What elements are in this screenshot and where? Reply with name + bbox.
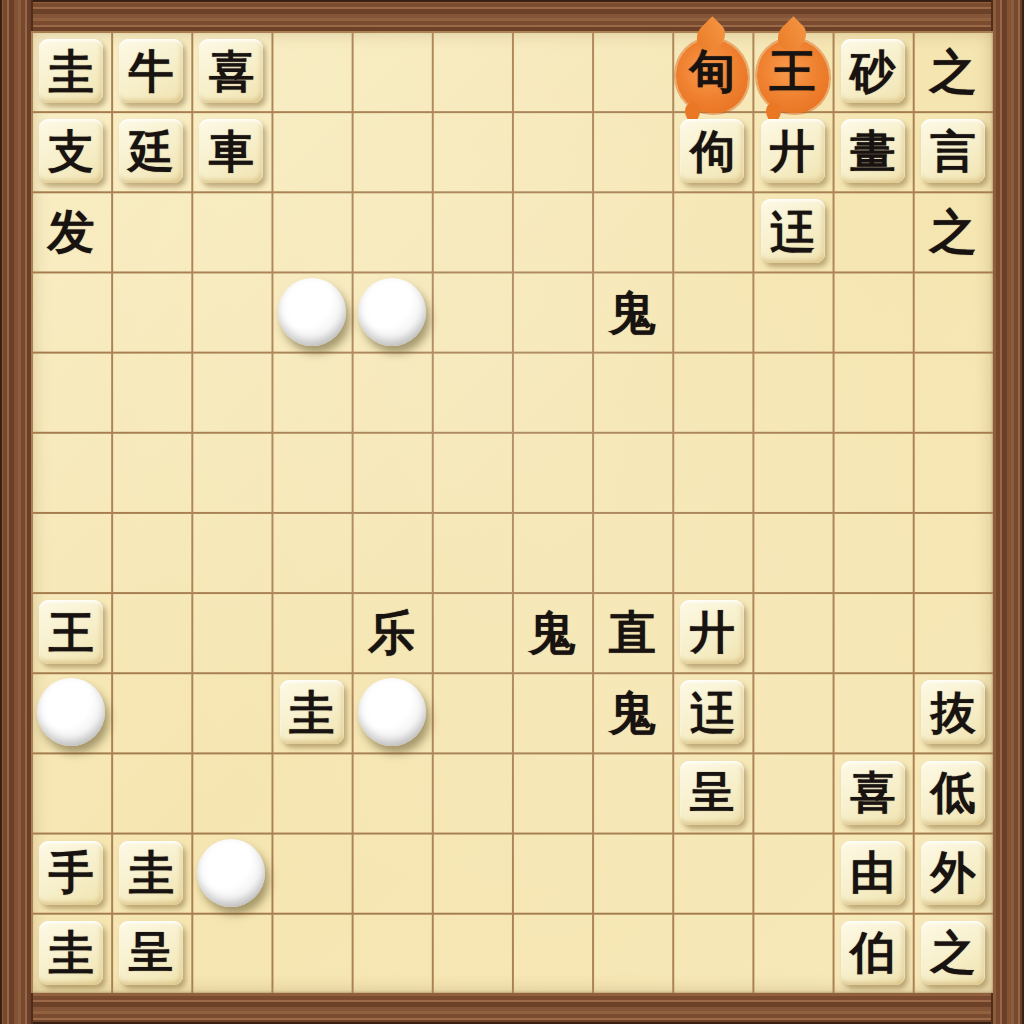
kanji-tile[interactable]: 畫	[841, 119, 905, 183]
kanji-glyph: 甸	[689, 48, 735, 94]
kanji-tile[interactable]: 之	[921, 921, 985, 985]
kanji-tile[interactable]: 伯	[841, 921, 905, 985]
kanji-glyph: 伯	[850, 930, 895, 975]
kanji-glyph: 畫	[850, 129, 895, 174]
board-grid[interactable]: 圭牛喜甸王砂之支廷車佝廾畫言发迋之鬼王乐鬼直廾圭鬼迋抜呈喜低手圭由外圭呈伯之	[31, 31, 993, 993]
kanji-glyph: 外	[930, 850, 975, 895]
kanji-glyph: 砂	[850, 49, 895, 94]
kanji-tile[interactable]: 佝	[680, 119, 744, 183]
kanji-glyph: 鬼	[609, 288, 656, 335]
kanji-glyph: 喜	[209, 49, 254, 94]
kanji-tile[interactable]: 手	[39, 841, 103, 905]
kanji-glyph: 車	[209, 129, 254, 174]
kanji-glyph: 牛	[129, 49, 174, 94]
white-stone[interactable]	[358, 278, 426, 346]
kanji-tile[interactable]: 迋	[761, 199, 825, 263]
kanji-glyph: 圭	[129, 850, 174, 895]
kanji-glyph: 圭	[49, 930, 94, 975]
kanji-tile[interactable]: 車	[199, 119, 263, 183]
kanji-glyph: 抜	[930, 690, 975, 735]
kanji-tile[interactable]: 喜	[199, 39, 263, 103]
kanji-glyph: 廷	[129, 129, 174, 174]
kanji-tile[interactable]: 圭	[39, 921, 103, 985]
kanji-glyph: 佝	[690, 129, 735, 174]
wooden-frame-right	[991, 0, 1024, 1024]
kanji-tile[interactable]: 圭	[119, 841, 183, 905]
kanji-tile[interactable]: 圭	[280, 680, 344, 744]
kanji-glyph: 直	[609, 609, 656, 656]
kanji-glyph: 王	[49, 610, 94, 655]
kanji-tile[interactable]: 迋	[680, 680, 744, 744]
kanji-tile-flame-highlight[interactable]: 王	[753, 23, 833, 119]
kanji-tile[interactable]: 牛	[119, 39, 183, 103]
kanji-glyph: 王	[770, 48, 816, 94]
kanji-glyph: 迋	[770, 209, 815, 254]
kanji-glyph: 支	[49, 129, 94, 174]
kanji-glyph: 之	[929, 208, 976, 255]
kanji-glyph: 鬼	[529, 609, 576, 656]
kanji-tile[interactable]: 支	[39, 119, 103, 183]
kanji-glyph-floating[interactable]: 发	[48, 208, 95, 255]
kanji-tile[interactable]: 喜	[841, 761, 905, 825]
kanji-glyph: 廾	[770, 129, 815, 174]
kanji-glyph: 乐	[368, 609, 415, 656]
kanji-tile[interactable]: 砂	[841, 39, 905, 103]
wooden-frame-top	[0, 0, 1024, 33]
kanji-tile[interactable]: 呈	[680, 761, 744, 825]
kanji-glyph: 发	[48, 208, 95, 255]
kanji-glyph-floating[interactable]: 鬼	[609, 689, 656, 736]
kanji-glyph: 呈	[129, 930, 174, 975]
kanji-glyph: 廾	[690, 610, 735, 655]
kanji-tile[interactable]: 言	[921, 119, 985, 183]
kanji-glyph: 低	[930, 770, 975, 815]
kanji-glyph-floating[interactable]: 之	[929, 48, 976, 95]
kanji-glyph: 圭	[49, 49, 94, 94]
kanji-tile[interactable]: 外	[921, 841, 985, 905]
white-stone[interactable]	[278, 278, 346, 346]
kanji-glyph: 迋	[690, 690, 735, 735]
kanji-glyph-floating[interactable]: 直	[609, 609, 656, 656]
kanji-glyph: 由	[850, 850, 895, 895]
kanji-glyph-floating[interactable]: 乐	[368, 609, 415, 656]
kanji-tile[interactable]: 圭	[39, 39, 103, 103]
kanji-glyph-floating[interactable]: 鬼	[609, 288, 656, 335]
kanji-tile[interactable]: 由	[841, 841, 905, 905]
kanji-glyph: 手	[49, 850, 94, 895]
kanji-glyph: 之	[930, 930, 975, 975]
kanji-tile[interactable]: 廷	[119, 119, 183, 183]
white-stone[interactable]	[358, 678, 426, 746]
wooden-frame-bottom	[0, 991, 1024, 1024]
kanji-tile[interactable]: 低	[921, 761, 985, 825]
kanji-glyph-floating[interactable]: 之	[929, 208, 976, 255]
kanji-glyph: 之	[929, 48, 976, 95]
wooden-frame-left	[0, 0, 33, 1024]
kanji-tile[interactable]: 呈	[119, 921, 183, 985]
kanji-glyph: 喜	[850, 770, 895, 815]
white-stone[interactable]	[37, 678, 105, 746]
kanji-tile-flame-highlight[interactable]: 甸	[672, 23, 752, 119]
kanji-glyph: 言	[930, 129, 975, 174]
kanji-glyph: 呈	[690, 770, 735, 815]
kanji-tile[interactable]: 廾	[761, 119, 825, 183]
kanji-glyph: 鬼	[609, 689, 656, 736]
kanji-tile[interactable]: 廾	[680, 600, 744, 664]
game-board-scene: 圭牛喜甸王砂之支廷車佝廾畫言发迋之鬼王乐鬼直廾圭鬼迋抜呈喜低手圭由外圭呈伯之	[0, 0, 1024, 1024]
kanji-tile[interactable]: 王	[39, 600, 103, 664]
kanji-tile[interactable]: 抜	[921, 680, 985, 744]
kanji-glyph: 圭	[289, 690, 334, 735]
kanji-glyph-floating[interactable]: 鬼	[529, 609, 576, 656]
white-stone[interactable]	[197, 839, 265, 907]
